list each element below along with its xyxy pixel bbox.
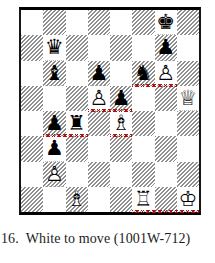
square-f1: ♜♖: [132, 187, 154, 212]
white-rook: ♜♖: [132, 187, 154, 212]
white-bishop: ♝♗: [110, 111, 132, 136]
square-e3: [110, 136, 132, 161]
square-e5: ♟: [110, 86, 132, 111]
square-g4: [155, 111, 177, 136]
square-g1: [155, 187, 177, 212]
square-f3: [132, 136, 154, 161]
white-queen: ♛♕: [177, 86, 199, 111]
square-h8: [177, 10, 199, 35]
red-squiggle-artifact: [88, 109, 110, 112]
red-squiggle-artifact: [110, 134, 132, 137]
white-pawn: ♟♙: [88, 86, 110, 111]
black-pawn: ♟: [43, 111, 65, 136]
square-b3: ♟: [43, 136, 65, 161]
black-pawn: ♟: [88, 61, 110, 86]
square-h3: [177, 136, 199, 161]
square-e1: [110, 187, 132, 212]
black-rook: ♜: [66, 111, 88, 136]
square-g3: [155, 136, 177, 161]
black-pawn: ♟: [43, 136, 65, 161]
square-b8: [43, 10, 65, 35]
square-g8: ♚: [155, 10, 177, 35]
square-d2: [88, 162, 110, 187]
square-a6: [21, 61, 43, 86]
square-g5: [155, 86, 177, 111]
square-b1: [43, 187, 65, 212]
square-c7: [66, 35, 88, 60]
square-a4: [21, 111, 43, 136]
square-f8: [132, 10, 154, 35]
square-h7: [177, 35, 199, 60]
square-a7: [21, 35, 43, 60]
square-e4: ♝♗: [110, 111, 132, 136]
square-e7: [110, 35, 132, 60]
square-b7: ♛: [43, 35, 65, 60]
square-g2: [155, 162, 177, 187]
square-a3: [21, 136, 43, 161]
square-e2: [110, 162, 132, 187]
white-king: ♚♔: [177, 187, 199, 212]
square-g7: ♟: [155, 35, 177, 60]
square-a5: [21, 86, 43, 111]
red-squiggle-artifact: [110, 109, 132, 112]
square-d4: [88, 111, 110, 136]
red-squiggle-artifact: [43, 134, 65, 137]
square-h1: ♚♔: [177, 187, 199, 212]
white-pawn: ♟♙: [43, 162, 65, 187]
square-a1: [21, 187, 43, 212]
square-c6: [66, 61, 88, 86]
square-f4: [132, 111, 154, 136]
red-squiggle-artifact: [132, 210, 154, 213]
square-d3: [88, 136, 110, 161]
red-squiggle-artifact: [177, 210, 199, 213]
red-squiggle-artifact: [132, 84, 154, 87]
black-pawn: ♟: [110, 86, 132, 111]
square-d1: [88, 187, 110, 212]
square-f5: [132, 86, 154, 111]
square-c1: ♝♗: [66, 187, 88, 212]
square-f7: [132, 35, 154, 60]
black-pawn: ♟: [155, 35, 177, 60]
red-squiggle-artifact: [155, 84, 177, 87]
square-a2: [21, 162, 43, 187]
red-squiggle-artifact: [155, 210, 177, 213]
square-h6: [177, 61, 199, 86]
square-d6: ♟: [88, 61, 110, 86]
red-squiggle-artifact: [66, 134, 88, 137]
square-e6: [110, 61, 132, 86]
diagram-caption: 16. White to move (1001W-712): [1, 231, 215, 247]
square-c3: [66, 136, 88, 161]
white-pawn: ♟♙: [155, 61, 177, 86]
square-c2: [66, 162, 88, 187]
square-f2: [132, 162, 154, 187]
square-h5: ♛♕: [177, 86, 199, 111]
white-bishop: ♝♗: [66, 187, 88, 212]
chess-board: ♚♛♟♝♟♞♟♙♟♙♟♛♕♟♜♝♗♟♟♙♝♗♜♖♚♔: [19, 7, 201, 215]
square-b6: ♝: [43, 61, 65, 86]
square-f6: ♞: [132, 61, 154, 86]
square-b5: [43, 86, 65, 111]
square-b4: ♟: [43, 111, 65, 136]
square-a8: [21, 10, 43, 35]
black-queen: ♛: [43, 35, 65, 60]
chess-diagram-page: ♚♛♟♝♟♞♟♙♟♙♟♛♕♟♜♝♗♟♟♙♝♗♜♖♚♔ 16. White to …: [0, 0, 215, 263]
square-c4: ♜: [66, 111, 88, 136]
black-king: ♚: [155, 10, 177, 35]
square-b2: ♟♙: [43, 162, 65, 187]
square-d7: [88, 35, 110, 60]
square-d8: [88, 10, 110, 35]
black-bishop: ♝: [43, 61, 65, 86]
square-h4: [177, 111, 199, 136]
square-h2: [177, 162, 199, 187]
black-knight: ♞: [132, 61, 154, 86]
square-d5: ♟♙: [88, 86, 110, 111]
square-g6: ♟♙: [155, 61, 177, 86]
square-c8: [66, 10, 88, 35]
square-c5: [66, 86, 88, 111]
square-e8: [110, 10, 132, 35]
